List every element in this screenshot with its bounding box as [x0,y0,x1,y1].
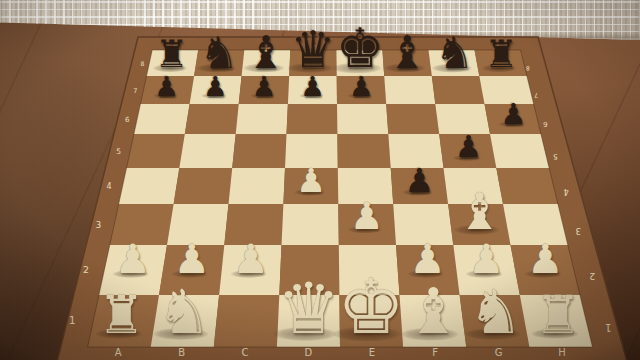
square-a5[interactable] [127,134,185,168]
piece-black-pawn-c7[interactable]: ♟ [252,73,277,100]
piece-black-pawn-e7[interactable]: ♟ [349,73,374,100]
rank-label-left-1: 1 [69,315,75,326]
piece-black-pawn-f4[interactable]: ♟ [405,164,435,197]
piece-black-knight-b8[interactable]: ♞ [199,31,238,75]
piece-white-pawn-b2[interactable]: ♟ [174,240,210,280]
square-a4[interactable] [119,168,180,204]
square-a6[interactable] [134,104,190,134]
rank-label-right-2: 2 [589,271,595,282]
file-label-bottom-C: C [242,347,249,358]
rank-label-right-7: 7 [534,91,538,99]
square-g7[interactable] [432,76,485,104]
piece-white-knight-g1[interactable]: ♞ [469,282,524,343]
square-f6[interactable] [386,104,439,134]
rank-label-right-8: 8 [526,65,530,72]
square-c6[interactable] [236,104,288,134]
square-b6[interactable] [185,104,239,134]
piece-black-king-e8[interactable]: ♚ [336,22,385,76]
piece-white-pawn-g2[interactable]: ♟ [468,240,504,280]
square-c5[interactable] [232,134,286,168]
piece-white-bishop-g3[interactable]: ♝ [457,187,503,238]
rank-label-left-7: 7 [133,87,137,95]
rank-label-left-3: 3 [96,220,101,230]
piece-white-pawn-e3[interactable]: ♟ [350,198,384,235]
piece-white-king-e1[interactable]: ♚ [337,270,405,346]
square-f7[interactable] [384,76,435,104]
file-label-bottom-B: B [178,347,185,358]
square-c4[interactable] [229,168,286,204]
piece-black-rook-a8[interactable]: ♜ [155,36,189,74]
square-b5[interactable] [179,134,235,168]
piece-white-rook-h1[interactable]: ♜ [535,289,582,341]
piece-white-knight-b1[interactable]: ♞ [157,282,212,343]
piece-black-pawn-g5[interactable]: ♟ [455,132,482,162]
rank-label-right-4: 4 [564,187,569,196]
square-d6[interactable] [287,104,338,134]
piece-black-pawn-a7[interactable]: ♟ [154,73,179,100]
piece-black-bishop-c8[interactable]: ♝ [246,30,286,75]
rank-label-right-6: 6 [543,120,547,128]
rank-label-left-4: 4 [106,182,111,191]
piece-black-bishop-f8[interactable]: ♝ [387,30,427,75]
square-d3[interactable] [282,204,339,245]
piece-black-rook-h8[interactable]: ♜ [484,36,518,74]
rank-label-right-3: 3 [575,226,580,236]
piece-white-pawn-h2[interactable]: ♟ [527,240,563,280]
piece-white-bishop-f1[interactable]: ♝ [405,281,461,344]
file-label-bottom-G: G [495,347,503,358]
piece-white-pawn-d4[interactable]: ♟ [296,164,326,197]
rank-label-left-2: 2 [83,264,89,275]
piece-white-pawn-a2[interactable]: ♟ [115,240,151,280]
photo-chess-scene: 8765432187654321ABCDEFGHABCDEFGH ♜♞♝♛♚♝♞… [0,0,640,360]
piece-black-queen-d8[interactable]: ♛ [290,25,335,76]
piece-white-rook-a1[interactable]: ♜ [98,289,145,341]
piece-white-queen-d1[interactable]: ♛ [277,274,340,344]
square-e5[interactable] [337,134,390,168]
piece-black-pawn-b7[interactable]: ♟ [203,73,228,100]
piece-black-pawn-h6[interactable]: ♟ [500,100,526,129]
rank-label-left-6: 6 [125,116,130,124]
square-c1[interactable] [214,295,279,347]
square-h5[interactable] [490,134,549,168]
piece-black-pawn-d7[interactable]: ♟ [300,73,325,100]
square-h4[interactable] [496,168,558,204]
file-label-bottom-H: H [558,347,566,358]
rank-label-left-5: 5 [116,147,121,156]
file-label-bottom-F: F [432,347,438,358]
piece-black-knight-g8[interactable]: ♞ [435,31,474,75]
file-label-bottom-A: A [115,347,122,358]
rank-label-right-1: 1 [605,322,611,333]
piece-white-pawn-c2[interactable]: ♟ [233,240,269,280]
square-b4[interactable] [174,168,233,204]
rank-label-left-8: 8 [141,60,145,67]
square-e6[interactable] [337,104,388,134]
rank-label-right-5: 5 [553,152,558,161]
